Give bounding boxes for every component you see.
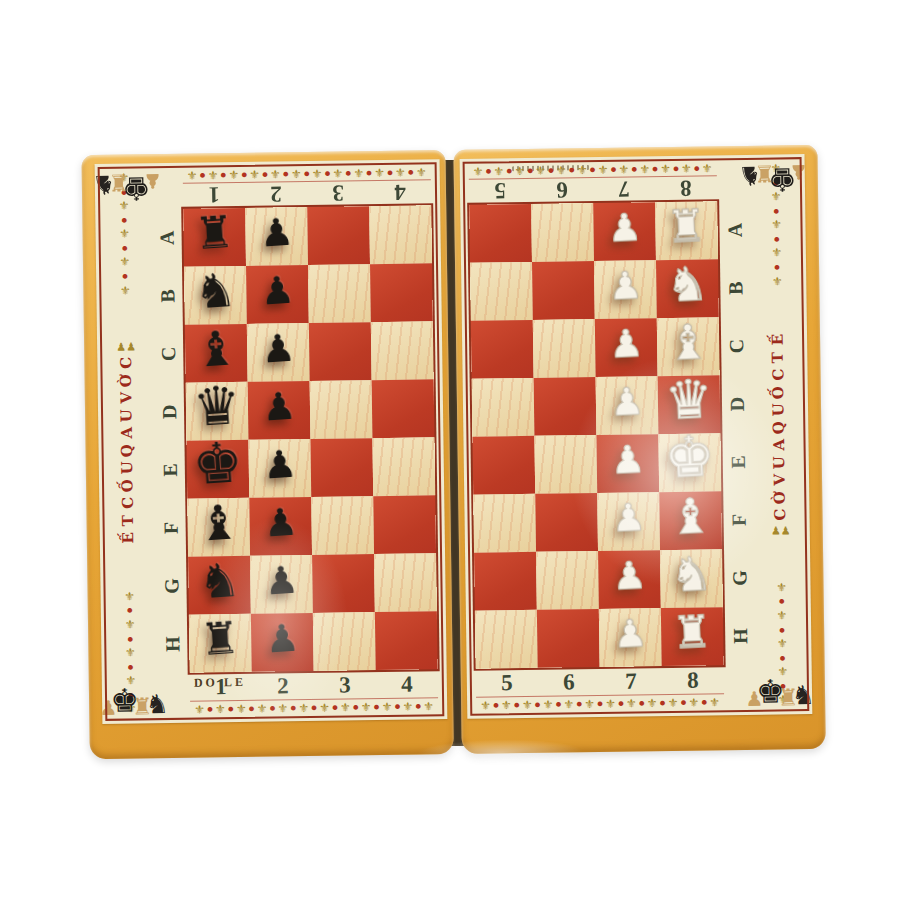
- fleur-de-lis-ornament: ⚜: [298, 702, 309, 714]
- square-4H[interactable]: [375, 611, 438, 670]
- fleur-de-lis-ornament: ⚜: [776, 609, 787, 622]
- fleur-de-lis-ornament: ⚜: [771, 247, 782, 260]
- black-pawn-2F[interactable]: ♟: [262, 503, 299, 543]
- fleur-de-lis-ornament: ⚜: [514, 164, 525, 176]
- fleur-de-lis-ornament: ⚜: [577, 164, 588, 176]
- red-dot-ornament: ●: [262, 169, 269, 180]
- white-pawn-7B[interactable]: ♟: [607, 266, 643, 306]
- red-dot-ornament: ●: [207, 703, 214, 714]
- coordinate-number-4: 4: [376, 671, 438, 698]
- coordinate-letter-C: C: [139, 341, 197, 368]
- fleur-de-lis-ornament: ⚜: [772, 275, 783, 288]
- red-dot-ornament: ●: [485, 165, 492, 176]
- side-text-char: C: [772, 509, 789, 521]
- square-2G[interactable]: ♟: [250, 555, 313, 614]
- playing-field: ♜♟♞♟♝♟♛♟♚♟♝♟♞♟♜♟: [183, 205, 437, 672]
- square-6D[interactable]: [534, 377, 597, 436]
- red-dot-ornament: ●: [199, 169, 206, 180]
- fleur-de-lis-ornament: ⚜: [776, 581, 787, 594]
- red-dot-ornament: ●: [638, 697, 645, 708]
- white-pawn-7C[interactable]: ♟: [608, 324, 644, 364]
- fleur-de-lis-ornament: ⚜: [125, 647, 136, 660]
- side-text-char: U: [771, 403, 788, 416]
- bottom-number-strip: 5678: [476, 667, 724, 696]
- fleur-de-lis-ornament: ⚜: [187, 169, 198, 181]
- black-pawn-2G[interactable]: ♟: [263, 561, 300, 601]
- red-dot-ornament: ●: [773, 233, 780, 245]
- red-dot-ornament: ●: [774, 261, 781, 273]
- square-2D[interactable]: ♟: [248, 381, 311, 440]
- fleur-de-lis-ornament: ⚜: [522, 698, 533, 710]
- square-2F[interactable]: ♟: [249, 497, 312, 556]
- square-6G[interactable]: [536, 551, 599, 610]
- fleur-de-lis-ornament: ⚜: [668, 696, 679, 708]
- black-pawn-2C[interactable]: ♟: [260, 329, 297, 369]
- red-dot-ornament: ●: [394, 701, 401, 712]
- red-dot-ornament: ●: [673, 163, 680, 174]
- square-2B[interactable]: ♟: [246, 265, 309, 324]
- coordinate-letter-H: H: [143, 631, 201, 658]
- side-text-char: Ố: [770, 386, 787, 399]
- square-3F[interactable]: [311, 496, 374, 555]
- red-dot-ornament: ●: [126, 605, 133, 617]
- square-5E[interactable]: [472, 436, 535, 495]
- square-3H[interactable]: [313, 612, 376, 671]
- side-text-char: U: [119, 461, 136, 474]
- side-text-char: T: [120, 515, 137, 526]
- side-text-char: Ố: [120, 479, 137, 492]
- square-5A[interactable]: [469, 204, 532, 263]
- black-rook-1H[interactable]: ♜: [199, 616, 241, 663]
- fleur-de-lis-ornament: ⚜: [480, 699, 491, 711]
- side-text-char: Q: [119, 444, 136, 457]
- coordinate-number-1: 1: [183, 181, 245, 208]
- white-pawn-7F[interactable]: ♟: [611, 498, 647, 538]
- square-4G[interactable]: [374, 553, 437, 612]
- square-6B[interactable]: [532, 261, 595, 320]
- red-dot-ornament: ●: [659, 697, 666, 708]
- coordinate-number-8: 8: [655, 174, 717, 201]
- coordinate-number-5: 5: [476, 670, 538, 697]
- square-3A[interactable]: [307, 206, 370, 265]
- fleur-de-lis-ornament: ⚜: [119, 228, 130, 241]
- red-dot-ornament: ●: [576, 698, 583, 709]
- black-rook-1A[interactable]: ♜: [193, 210, 235, 257]
- red-dot-ornament: ●: [352, 701, 359, 712]
- red-dot-ornament: ●: [534, 699, 541, 710]
- fleur-de-lis-ornament: ⚜: [249, 168, 260, 180]
- red-dot-ornament: ●: [493, 699, 500, 710]
- side-ornament-band: ⚜●⚜●⚜●⚜●⚜ẾTCỐUQAUVỜC♟♟⚜●⚜●⚜●⚜●⚜: [755, 162, 805, 707]
- red-dot-ornament: ●: [373, 701, 380, 712]
- corner-pieces-graphic: ♟♚♜♞: [751, 654, 808, 711]
- fleur-de-lis-ornament: ⚜: [501, 699, 512, 711]
- fleur-de-lis-ornament: ⚜: [543, 698, 554, 710]
- red-dot-ornament: ●: [589, 164, 596, 175]
- side-text-char: A: [119, 427, 136, 439]
- square-3B[interactable]: [308, 264, 371, 323]
- square-5B[interactable]: [470, 262, 533, 321]
- red-dot-ornament: ●: [680, 697, 687, 708]
- square-4C[interactable]: [371, 321, 434, 380]
- red-dot-ornament: ●: [303, 168, 310, 179]
- side-text-char: U: [771, 456, 788, 469]
- coordinate-number-7: 7: [593, 175, 655, 202]
- red-dot-ornament: ●: [415, 700, 422, 711]
- side-text-char: Ế: [770, 334, 787, 346]
- red-dot-ornament: ●: [122, 271, 129, 283]
- square-6F[interactable]: [535, 493, 598, 552]
- fleur-de-lis-ornament: ⚜: [777, 637, 788, 650]
- fleur-de-lis-ornament: ⚜: [236, 702, 247, 714]
- decor-knight-icon: ♞: [92, 170, 116, 200]
- coordinate-letter-A: A: [137, 225, 195, 252]
- coordinate-number-3: 3: [307, 179, 369, 206]
- fleur-de-lis-ornament: ⚜: [709, 696, 720, 708]
- coordinate-letter-G: G: [142, 573, 200, 600]
- square-7D[interactable]: ♟: [596, 376, 659, 435]
- fleur-de-lis-ornament: ⚜: [353, 167, 364, 179]
- fleur-de-lis-ornament: ⚜: [688, 696, 699, 708]
- white-queen-8D[interactable]: ♛: [664, 372, 714, 427]
- red-dot-ornament: ●: [701, 696, 708, 707]
- white-knight-8G[interactable]: ♞: [669, 549, 713, 598]
- fleur-de-lis-ornament: ⚜: [647, 697, 658, 709]
- decor-knight-icon: ♞: [738, 161, 762, 191]
- coordinate-number-1: 1: [190, 674, 252, 701]
- row-letter-strip: ABCDEFGH: [153, 209, 185, 673]
- square-2A[interactable]: ♟: [245, 207, 308, 266]
- square-5D[interactable]: [472, 378, 535, 437]
- square-5H[interactable]: [475, 610, 538, 669]
- fleur-de-lis-ornament: ⚜: [207, 169, 218, 181]
- red-dot-ornament: ●: [248, 703, 255, 714]
- fleur-de-lis-ornament: ⚜: [423, 700, 434, 712]
- red-dot-ornament: ●: [779, 624, 786, 636]
- coordinate-letter-F: F: [141, 515, 199, 542]
- square-3D[interactable]: [310, 380, 373, 439]
- square-6H[interactable]: [537, 609, 600, 668]
- red-dot-ornament: ●: [618, 698, 625, 709]
- red-dot-ornament: ●: [121, 242, 128, 254]
- white-pawn-7D[interactable]: ♟: [609, 382, 645, 422]
- side-text-char: U: [119, 409, 136, 422]
- red-dot-ornament: ●: [610, 164, 617, 175]
- fleur-de-lis-ornament: ⚜: [382, 700, 393, 712]
- fleur-de-lis-ornament: ⚜: [319, 701, 330, 713]
- red-dot-ornament: ●: [332, 702, 339, 713]
- fleur-de-lis-ornament: ⚜: [556, 164, 567, 176]
- fleur-de-lis-ornament: ⚜: [702, 162, 713, 174]
- coordinate-number-6: 6: [538, 669, 600, 696]
- pawn-motif: ♟♟: [771, 524, 791, 537]
- white-rook-8H[interactable]: ♜: [671, 609, 713, 655]
- fleur-de-lis-ornament: ⚜: [626, 697, 637, 709]
- square-4A[interactable]: [369, 205, 432, 264]
- coordinate-number-3: 3: [314, 672, 376, 699]
- white-pawn-7G[interactable]: ♟: [611, 556, 647, 596]
- red-dot-ornament: ●: [631, 163, 638, 174]
- square-4B[interactable]: [370, 263, 433, 322]
- square-3G[interactable]: [312, 554, 375, 613]
- fleur-de-lis-ornament: ⚜: [120, 284, 131, 297]
- red-dot-ornament: ●: [778, 596, 785, 608]
- square-7C[interactable]: ♟: [595, 318, 658, 377]
- square-6A[interactable]: [531, 203, 594, 262]
- left-half-surface: DO LE ⚜●⚜●⚜●⚜●⚜●⚜●⚜●⚜●⚜●⚜●⚜●⚜⚜●⚜●⚜●⚜●⚜●⚜…: [95, 159, 448, 724]
- coordinate-number-6: 6: [531, 176, 593, 203]
- side-text-char: C: [770, 369, 787, 381]
- square-7E[interactable]: ♟: [596, 434, 659, 493]
- square-4F[interactable]: [373, 495, 436, 554]
- square-2E[interactable]: ♟: [248, 439, 311, 498]
- square-7G[interactable]: ♟: [598, 550, 661, 609]
- fleur-de-lis-ornament: ⚜: [605, 697, 616, 709]
- square-2H[interactable]: ♟: [251, 613, 314, 672]
- red-dot-ornament: ●: [241, 169, 248, 180]
- square-6E[interactable]: [534, 435, 597, 494]
- fleur-de-lis-ornament: ⚜: [563, 698, 574, 710]
- coordinate-number-2: 2: [252, 673, 314, 700]
- red-dot-ornament: ●: [366, 167, 373, 178]
- side-text-char: Ờ: [118, 374, 135, 387]
- fleur-de-lis-ornament: ⚜: [660, 162, 671, 174]
- fleur-de-lis-ornament: ⚜: [124, 590, 135, 603]
- white-knight-8B[interactable]: ♞: [665, 260, 709, 309]
- black-bishop-1F[interactable]: ♝: [196, 497, 242, 548]
- fleur-de-lis-ornament: ⚜: [119, 256, 130, 269]
- red-dot-ornament: ●: [345, 167, 352, 178]
- square-6C[interactable]: [533, 319, 596, 378]
- fleur-de-lis-ornament: ⚜: [291, 168, 302, 180]
- square-7H[interactable]: ♟: [599, 608, 662, 667]
- red-dot-ornament: ●: [513, 699, 520, 710]
- fleur-de-lis-ornament: ⚜: [416, 166, 427, 178]
- fleur-de-lis-ornament: ⚜: [361, 701, 372, 713]
- side-ornament-band: ⚜●⚜●⚜●⚜●⚜♟♟CỜVUAQUỐCTẾ⚜●⚜●⚜●⚜●⚜: [103, 171, 153, 716]
- fleur-de-lis-ornament: ⚜: [374, 166, 385, 178]
- fleur-de-lis-ornament: ⚜: [277, 702, 288, 714]
- square-2C[interactable]: ♟: [247, 323, 310, 382]
- white-pawn-7A[interactable]: ♟: [607, 208, 643, 248]
- black-pawn-2B[interactable]: ♟: [259, 271, 296, 311]
- side-text-char: V: [772, 474, 789, 486]
- red-dot-ornament: ●: [387, 167, 394, 178]
- red-dot-ornament: ●: [227, 703, 234, 714]
- side-text-vertical: ♟♟CỜVUAQUỐCTẾ: [116, 337, 139, 551]
- coordinate-number-4: 4: [369, 178, 431, 205]
- fleur-de-lis-ornament: ⚜: [312, 167, 323, 179]
- black-pawn-2A[interactable]: ♟: [258, 213, 295, 253]
- side-text-char: A: [771, 439, 788, 451]
- side-text-char: V: [119, 392, 136, 404]
- square-4D[interactable]: [372, 379, 435, 438]
- black-king-1E[interactable]: ♚: [191, 434, 245, 493]
- board-left-half: DO LE ⚜●⚜●⚜●⚜●⚜●⚜●⚜●⚜●⚜●⚜●⚜●⚜⚜●⚜●⚜●⚜●⚜●⚜…: [81, 150, 453, 759]
- board-right-half: ⚜●⚜●⚜●⚜●⚜●⚜●⚜●⚜●⚜●⚜●⚜●⚜⚜●⚜●⚜●⚜●⚜●⚜●⚜●⚜●⚜…: [453, 145, 825, 754]
- fleur-de-lis-ornament: ⚜: [402, 700, 413, 712]
- side-text-char: Ờ: [772, 491, 789, 504]
- red-dot-ornament: ●: [127, 633, 134, 645]
- decor-knight-icon: ♞: [791, 680, 815, 710]
- side-text-char: C: [118, 357, 135, 369]
- coordinate-number-5: 5: [469, 177, 531, 204]
- red-dot-ornament: ●: [693, 163, 700, 174]
- corner-pieces-graphic: ♟♚♜♞: [106, 663, 163, 720]
- side-text-char: C: [120, 497, 137, 509]
- fleur-de-lis-ornament: ⚜: [473, 165, 484, 177]
- fleur-de-lis-ornament: ⚜: [598, 163, 609, 175]
- fleur-de-lis-ornament: ⚜: [681, 162, 692, 174]
- black-pawn-2H[interactable]: ♟: [264, 619, 301, 659]
- red-dot-ornament: ●: [282, 168, 289, 179]
- coordinate-letter-D: D: [140, 399, 198, 426]
- square-3C[interactable]: [309, 322, 372, 381]
- coordinate-number-8: 8: [662, 667, 724, 694]
- square-4E[interactable]: [372, 437, 435, 496]
- black-queen-1D[interactable]: ♛: [192, 378, 243, 434]
- coordinate-letter-E: E: [141, 457, 199, 484]
- top-number-strip: 5678: [469, 174, 717, 203]
- fleur-de-lis-ornament: ⚜: [194, 703, 205, 715]
- square-5G[interactable]: [474, 552, 537, 611]
- red-dot-ornament: ●: [555, 699, 562, 710]
- pawn-motif: ♟♟: [116, 341, 136, 354]
- row-letter-strip: ABCDEFGH: [721, 201, 753, 665]
- red-dot-ornament: ●: [324, 168, 331, 179]
- side-text-vertical: ẾTCỐUQAUVỜC♟♟: [768, 328, 791, 542]
- fleur-de-lis-ornament: ⚜: [493, 165, 504, 177]
- right-half-surface: ⚜●⚜●⚜●⚜●⚜●⚜●⚜●⚜●⚜●⚜●⚜●⚜⚜●⚜●⚜●⚜●⚜●⚜●⚜●⚜●⚜…: [460, 154, 813, 719]
- fleur-de-lis-ornament: ⚜: [125, 618, 136, 631]
- corner-pieces-graphic: ♟♚♜♞: [99, 169, 156, 226]
- fleur-de-lis-ornament: ⚜: [228, 168, 239, 180]
- white-bishop-8C[interactable]: ♝: [665, 317, 710, 367]
- fleur-de-lis-ornament: ⚜: [535, 164, 546, 176]
- square-3E[interactable]: [310, 438, 373, 497]
- red-dot-ornament: ●: [527, 165, 534, 176]
- black-bishop-1C[interactable]: ♝: [193, 323, 239, 374]
- red-dot-ornament: ●: [597, 698, 604, 709]
- coordinate-number-2: 2: [245, 180, 307, 207]
- red-dot-ornament: ●: [407, 167, 414, 178]
- red-dot-ornament: ●: [506, 165, 513, 176]
- fleur-de-lis-ornament: ⚜: [618, 163, 629, 175]
- white-pawn-7E[interactable]: ♟: [610, 440, 646, 480]
- fleur-de-lis-ornament: ⚜: [215, 703, 226, 715]
- black-pawn-2E[interactable]: ♟: [262, 445, 299, 485]
- square-7B[interactable]: ♟: [594, 260, 657, 319]
- black-knight-1B[interactable]: ♞: [193, 266, 238, 316]
- fleur-de-lis-ornament: ⚜: [340, 701, 351, 713]
- playing-field: ♟♜♟♞♟♝♟♛♟♚♟♝♟♞♟♜: [469, 201, 723, 668]
- corner-pieces-graphic: ♟♚♜♞: [745, 160, 802, 217]
- white-pawn-7H[interactable]: ♟: [612, 614, 648, 654]
- red-dot-ornament: ●: [548, 165, 555, 176]
- fleur-de-lis-ornament: ⚜: [257, 702, 268, 714]
- decor-knight-icon: ♞: [145, 689, 169, 719]
- white-rook-8A[interactable]: ♜: [666, 203, 708, 249]
- fleur-de-lis-ornament: ⚜: [270, 168, 281, 180]
- photo-background: DO LE ⚜●⚜●⚜●⚜●⚜●⚜●⚜●⚜●⚜●⚜●⚜●⚜⚜●⚜●⚜●⚜●⚜●⚜…: [0, 0, 900, 900]
- square-7A[interactable]: ♟: [593, 202, 656, 261]
- fleur-de-lis-ornament: ⚜: [395, 166, 406, 178]
- fleur-de-lis-ornament: ⚜: [771, 219, 782, 232]
- black-knight-1G[interactable]: ♞: [197, 556, 242, 606]
- black-pawn-2D[interactable]: ♟: [261, 387, 298, 427]
- red-dot-ornament: ●: [290, 702, 297, 713]
- white-bishop-8F[interactable]: ♝: [668, 491, 713, 541]
- chess-board: DO LE ⚜●⚜●⚜●⚜●⚜●⚜●⚜●⚜●⚜●⚜●⚜●⚜⚜●⚜●⚜●⚜●⚜●⚜…: [81, 145, 826, 811]
- side-text-char: Q: [771, 421, 788, 434]
- square-7F[interactable]: ♟: [597, 492, 660, 551]
- side-text-char: Ế: [120, 532, 137, 544]
- red-dot-ornament: ●: [220, 169, 227, 180]
- bottom-number-strip: 1234: [190, 671, 438, 700]
- red-dot-ornament: ●: [269, 703, 276, 714]
- red-dot-ornament: ●: [568, 164, 575, 175]
- coordinate-number-7: 7: [600, 668, 662, 695]
- red-dot-ornament: ●: [652, 163, 659, 174]
- fleur-de-lis-ornament: ⚜: [639, 163, 650, 175]
- fleur-de-lis-ornament: ⚜: [332, 167, 343, 179]
- square-5C[interactable]: [471, 320, 534, 379]
- square-5F[interactable]: [473, 494, 536, 553]
- top-number-strip: 1234: [183, 178, 431, 207]
- fleur-de-lis-ornament: ⚜: [584, 698, 595, 710]
- side-text-char: T: [770, 352, 787, 363]
- coordinate-letter-B: B: [138, 283, 196, 310]
- red-dot-ornament: ●: [311, 702, 318, 713]
